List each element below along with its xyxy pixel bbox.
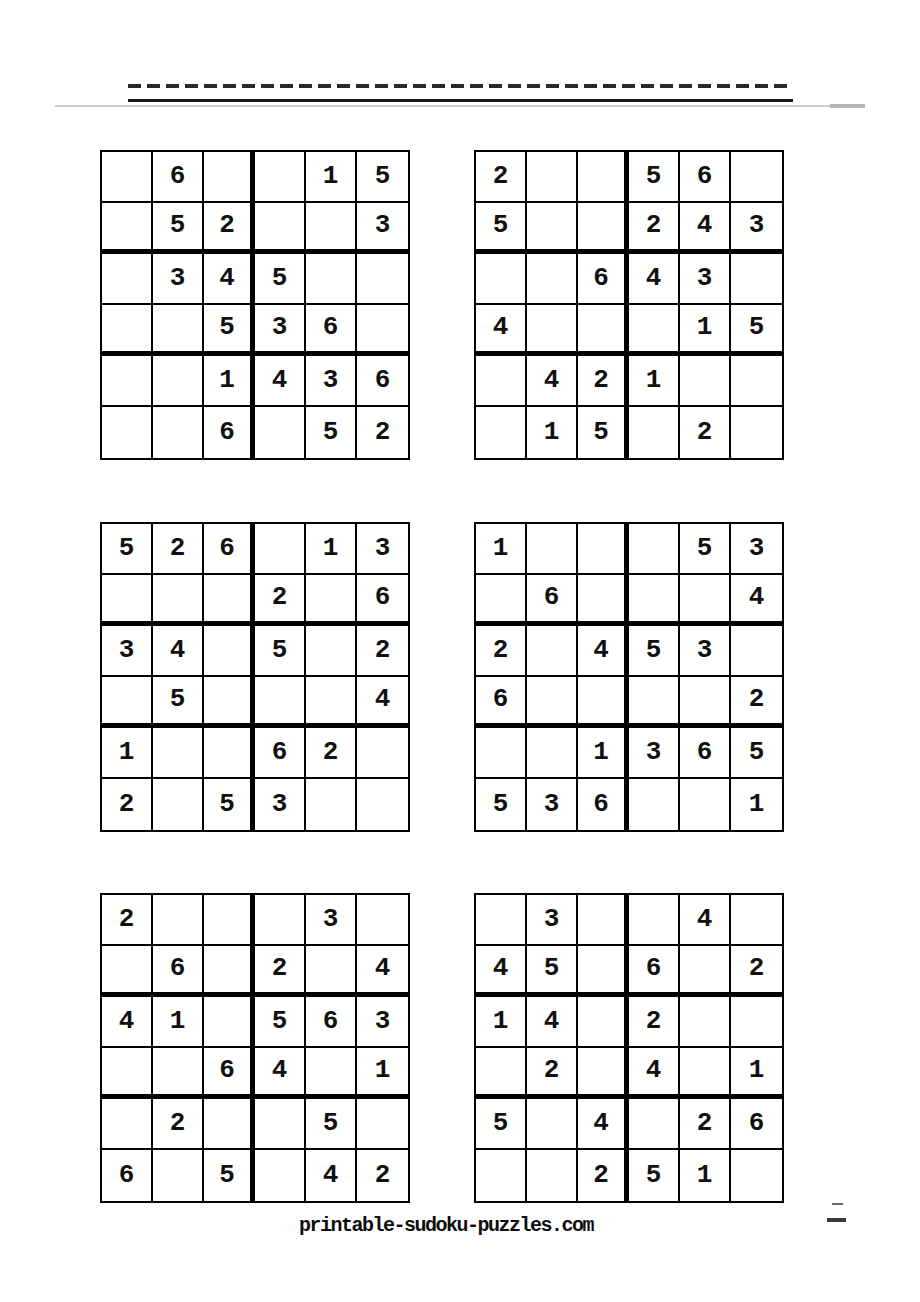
given-digit: 4 bbox=[697, 212, 713, 238]
sudoku-cell: 6 bbox=[204, 1048, 255, 1099]
sudoku-cell bbox=[204, 728, 255, 779]
given-digit: 6 bbox=[323, 1008, 339, 1034]
given-digit: 4 bbox=[272, 1057, 288, 1083]
given-digit: 6 bbox=[375, 584, 391, 610]
sudoku-cell bbox=[578, 575, 629, 626]
sudoku-cell: 1 bbox=[731, 779, 782, 830]
sudoku-cell bbox=[629, 1099, 680, 1150]
given-digit: 2 bbox=[375, 1162, 391, 1188]
sudoku-cell bbox=[578, 152, 629, 203]
sudoku-cell: 5 bbox=[255, 626, 306, 677]
sudoku-grid-4: 1536424536213655361 bbox=[474, 522, 784, 832]
sudoku-cell: 1 bbox=[527, 407, 578, 458]
given-digit: 6 bbox=[493, 686, 509, 712]
sudoku-cell bbox=[204, 677, 255, 728]
sudoku-cell bbox=[153, 305, 204, 356]
given-digit: 4 bbox=[170, 637, 186, 663]
sudoku-cell bbox=[527, 203, 578, 254]
sudoku-cell bbox=[527, 524, 578, 575]
sudoku-cell: 3 bbox=[306, 895, 357, 946]
sudoku-cell: 6 bbox=[306, 305, 357, 356]
given-digit: 5 bbox=[375, 163, 391, 189]
sudoku-cell bbox=[476, 254, 527, 305]
given-digit: 3 bbox=[170, 265, 186, 291]
given-digit: 5 bbox=[646, 163, 662, 189]
sudoku-cell bbox=[153, 779, 204, 830]
given-digit: 6 bbox=[544, 584, 560, 610]
sudoku-cell: 5 bbox=[527, 946, 578, 997]
sudoku-cell bbox=[578, 997, 629, 1048]
sudoku-cell: 5 bbox=[255, 997, 306, 1048]
sudoku-cell: 4 bbox=[255, 1048, 306, 1099]
sudoku-cell bbox=[731, 356, 782, 407]
sudoku-cell: 4 bbox=[204, 254, 255, 305]
given-digit: 6 bbox=[170, 955, 186, 981]
sudoku-cell bbox=[680, 997, 731, 1048]
sudoku-cell: 1 bbox=[476, 524, 527, 575]
sudoku-cell: 4 bbox=[731, 575, 782, 626]
sudoku-cell: 5 bbox=[153, 203, 204, 254]
given-digit: 2 bbox=[544, 1057, 560, 1083]
sudoku-cell bbox=[204, 946, 255, 997]
given-digit: 3 bbox=[749, 212, 765, 238]
sudoku-cell: 3 bbox=[306, 356, 357, 407]
sudoku-cell: 3 bbox=[527, 779, 578, 830]
given-digit: 1 bbox=[593, 739, 609, 765]
sudoku-cell: 1 bbox=[153, 997, 204, 1048]
given-digit: 1 bbox=[119, 739, 135, 765]
sudoku-cell bbox=[527, 677, 578, 728]
given-digit: 3 bbox=[272, 314, 288, 340]
given-digit: 2 bbox=[593, 367, 609, 393]
sudoku-cell bbox=[476, 1048, 527, 1099]
sudoku-cell bbox=[153, 356, 204, 407]
sudoku-cell bbox=[527, 1099, 578, 1150]
sudoku-cell: 4 bbox=[476, 946, 527, 997]
sudoku-cell bbox=[153, 407, 204, 458]
page-corner-mark-top bbox=[832, 1203, 843, 1205]
sudoku-cell bbox=[578, 946, 629, 997]
page-edge-gray-line bbox=[55, 105, 865, 107]
sudoku-cell: 5 bbox=[204, 305, 255, 356]
sudoku-cell: 4 bbox=[629, 254, 680, 305]
sudoku-cell bbox=[629, 779, 680, 830]
sudoku-cell: 4 bbox=[527, 997, 578, 1048]
sudoku-cell bbox=[306, 575, 357, 626]
given-digit: 5 bbox=[119, 535, 135, 561]
sudoku-cell bbox=[629, 895, 680, 946]
sudoku-cell: 5 bbox=[306, 407, 357, 458]
sudoku-cell: 2 bbox=[680, 407, 731, 458]
given-digit: 6 bbox=[219, 535, 235, 561]
given-digit: 3 bbox=[646, 739, 662, 765]
sudoku-cell bbox=[680, 1048, 731, 1099]
sudoku-cell bbox=[204, 895, 255, 946]
given-digit: 2 bbox=[170, 1110, 186, 1136]
sudoku-cell: 5 bbox=[306, 1099, 357, 1150]
given-digit: 6 bbox=[749, 1110, 765, 1136]
sudoku-cell: 4 bbox=[306, 1150, 357, 1201]
sudoku-cell bbox=[357, 1099, 408, 1150]
given-digit: 6 bbox=[272, 739, 288, 765]
sudoku-cell bbox=[527, 728, 578, 779]
given-digit: 1 bbox=[697, 1162, 713, 1188]
sudoku-cell: 6 bbox=[680, 728, 731, 779]
given-digit: 1 bbox=[323, 163, 339, 189]
sudoku-cell bbox=[153, 1048, 204, 1099]
sudoku-cell: 3 bbox=[102, 626, 153, 677]
sudoku-cell: 2 bbox=[731, 946, 782, 997]
sudoku-cell bbox=[204, 1099, 255, 1150]
sudoku-cell bbox=[102, 946, 153, 997]
sudoku-cell: 5 bbox=[629, 1150, 680, 1201]
footer-site-text: printable-sudoku-puzzles.com bbox=[299, 1214, 593, 1237]
sudoku-cell bbox=[306, 626, 357, 677]
given-digit: 4 bbox=[272, 367, 288, 393]
sudoku-cell: 3 bbox=[680, 626, 731, 677]
sudoku-cell: 1 bbox=[578, 728, 629, 779]
sudoku-cell bbox=[578, 524, 629, 575]
given-digit: 4 bbox=[646, 1057, 662, 1083]
sudoku-cell bbox=[255, 1099, 306, 1150]
given-digit: 2 bbox=[646, 212, 662, 238]
header-solid-rule bbox=[128, 99, 793, 102]
sudoku-cell: 4 bbox=[680, 895, 731, 946]
sudoku-cell: 3 bbox=[357, 203, 408, 254]
sudoku-cell: 1 bbox=[680, 1150, 731, 1201]
sudoku-cell bbox=[476, 728, 527, 779]
sudoku-cell: 6 bbox=[102, 1150, 153, 1201]
sudoku-cell: 3 bbox=[680, 254, 731, 305]
given-digit: 5 bbox=[646, 1162, 662, 1188]
given-digit: 6 bbox=[593, 265, 609, 291]
given-digit: 1 bbox=[749, 791, 765, 817]
given-digit: 3 bbox=[375, 212, 391, 238]
sudoku-cell: 2 bbox=[153, 524, 204, 575]
sudoku-cell: 2 bbox=[102, 779, 153, 830]
given-digit: 4 bbox=[323, 1162, 339, 1188]
sudoku-cell: 2 bbox=[357, 407, 408, 458]
given-digit: 1 bbox=[544, 419, 560, 445]
sudoku-cell: 5 bbox=[102, 524, 153, 575]
given-digit: 2 bbox=[493, 163, 509, 189]
sudoku-cell: 6 bbox=[306, 997, 357, 1048]
sudoku-cell: 5 bbox=[731, 305, 782, 356]
sudoku-cell: 1 bbox=[629, 356, 680, 407]
sudoku-cell: 4 bbox=[255, 356, 306, 407]
sudoku-cell bbox=[357, 305, 408, 356]
sudoku-cell: 2 bbox=[255, 575, 306, 626]
sudoku-cell: 6 bbox=[204, 407, 255, 458]
given-digit: 2 bbox=[375, 419, 391, 445]
given-digit: 3 bbox=[323, 906, 339, 932]
sudoku-cell: 2 bbox=[629, 997, 680, 1048]
given-digit: 3 bbox=[119, 637, 135, 663]
sudoku-cell bbox=[306, 946, 357, 997]
sudoku-cell bbox=[204, 626, 255, 677]
sudoku-cell: 2 bbox=[153, 1099, 204, 1150]
sudoku-cell bbox=[102, 305, 153, 356]
sudoku-cell bbox=[629, 407, 680, 458]
sudoku-cell bbox=[255, 895, 306, 946]
sudoku-cell: 2 bbox=[680, 1099, 731, 1150]
sudoku-cell bbox=[306, 677, 357, 728]
sudoku-cell bbox=[153, 895, 204, 946]
sudoku-cell bbox=[731, 1150, 782, 1201]
sudoku-cell: 4 bbox=[153, 626, 204, 677]
sudoku-cell: 2 bbox=[476, 152, 527, 203]
sudoku-cell: 2 bbox=[357, 626, 408, 677]
given-digit: 2 bbox=[493, 637, 509, 663]
given-digit: 4 bbox=[375, 955, 391, 981]
sudoku-cell bbox=[731, 152, 782, 203]
given-digit: 3 bbox=[697, 637, 713, 663]
given-digit: 2 bbox=[697, 419, 713, 445]
sudoku-cell bbox=[476, 356, 527, 407]
sudoku-cell bbox=[629, 677, 680, 728]
sudoku-cell bbox=[731, 895, 782, 946]
sudoku-cell bbox=[680, 575, 731, 626]
sudoku-cell bbox=[731, 626, 782, 677]
given-digit: 5 bbox=[544, 955, 560, 981]
given-digit: 6 bbox=[697, 163, 713, 189]
given-digit: 5 bbox=[493, 1110, 509, 1136]
sudoku-cell: 1 bbox=[102, 728, 153, 779]
given-digit: 1 bbox=[493, 1008, 509, 1034]
given-digit: 1 bbox=[749, 1057, 765, 1083]
sudoku-cell: 2 bbox=[476, 626, 527, 677]
given-digit: 1 bbox=[219, 367, 235, 393]
given-digit: 6 bbox=[646, 955, 662, 981]
given-digit: 4 bbox=[697, 906, 713, 932]
sudoku-cell bbox=[306, 203, 357, 254]
sudoku-cell: 4 bbox=[527, 356, 578, 407]
sudoku-cell: 5 bbox=[476, 203, 527, 254]
given-digit: 1 bbox=[170, 1008, 186, 1034]
given-digit: 5 bbox=[749, 314, 765, 340]
sudoku-cell: 6 bbox=[578, 779, 629, 830]
sudoku-cell: 2 bbox=[102, 895, 153, 946]
page-corner-mark-bottom bbox=[827, 1218, 846, 1222]
sudoku-cell bbox=[255, 152, 306, 203]
given-digit: 1 bbox=[375, 1057, 391, 1083]
sudoku-cell: 2 bbox=[527, 1048, 578, 1099]
given-digit: 5 bbox=[272, 1008, 288, 1034]
sudoku-cell: 1 bbox=[680, 305, 731, 356]
sudoku-cell: 6 bbox=[255, 728, 306, 779]
sudoku-cell: 5 bbox=[255, 254, 306, 305]
sudoku-cell: 1 bbox=[357, 1048, 408, 1099]
sudoku-cell bbox=[102, 407, 153, 458]
given-digit: 5 bbox=[593, 419, 609, 445]
sudoku-cell bbox=[306, 779, 357, 830]
sudoku-cell bbox=[153, 1150, 204, 1201]
sudoku-grid-5: 2362441563641256542 bbox=[100, 893, 410, 1203]
sudoku-cell: 6 bbox=[680, 152, 731, 203]
sudoku-cell bbox=[357, 254, 408, 305]
sudoku-cell bbox=[476, 1150, 527, 1201]
given-digit: 5 bbox=[697, 535, 713, 561]
sudoku-cell: 2 bbox=[306, 728, 357, 779]
sudoku-cell: 6 bbox=[357, 575, 408, 626]
given-digit: 2 bbox=[119, 906, 135, 932]
given-digit: 2 bbox=[219, 212, 235, 238]
sudoku-cell: 6 bbox=[527, 575, 578, 626]
given-digit: 3 bbox=[375, 535, 391, 561]
given-digit: 6 bbox=[323, 314, 339, 340]
given-digit: 4 bbox=[219, 265, 235, 291]
given-digit: 5 bbox=[219, 314, 235, 340]
sudoku-cell: 4 bbox=[578, 626, 629, 677]
sudoku-cell bbox=[255, 203, 306, 254]
sudoku-cell: 3 bbox=[357, 997, 408, 1048]
sudoku-cell: 2 bbox=[578, 1150, 629, 1201]
sudoku-cell: 5 bbox=[629, 626, 680, 677]
given-digit: 3 bbox=[323, 367, 339, 393]
sudoku-cell: 6 bbox=[153, 946, 204, 997]
sudoku-cell: 3 bbox=[731, 524, 782, 575]
sudoku-cell bbox=[204, 152, 255, 203]
sudoku-cell bbox=[306, 254, 357, 305]
sudoku-cell bbox=[204, 575, 255, 626]
sudoku-cell: 5 bbox=[476, 1099, 527, 1150]
sudoku-cell: 4 bbox=[357, 946, 408, 997]
sudoku-grid-6: 3445621422415426251 bbox=[474, 893, 784, 1203]
given-digit: 5 bbox=[272, 637, 288, 663]
sudoku-cell bbox=[255, 524, 306, 575]
given-digit: 5 bbox=[323, 419, 339, 445]
given-digit: 6 bbox=[593, 791, 609, 817]
sudoku-cell bbox=[629, 305, 680, 356]
sudoku-cell: 4 bbox=[357, 677, 408, 728]
sudoku-grid-3: 5261326345254162253 bbox=[100, 522, 410, 832]
sudoku-cell bbox=[527, 152, 578, 203]
sudoku-cell bbox=[629, 575, 680, 626]
sudoku-cell bbox=[102, 1048, 153, 1099]
sudoku-cell bbox=[578, 1048, 629, 1099]
given-digit: 4 bbox=[646, 265, 662, 291]
sudoku-cell bbox=[102, 203, 153, 254]
given-digit: 6 bbox=[697, 739, 713, 765]
sudoku-cell bbox=[680, 356, 731, 407]
sudoku-cell: 6 bbox=[153, 152, 204, 203]
sudoku-cell bbox=[102, 356, 153, 407]
sudoku-cell bbox=[731, 254, 782, 305]
sudoku-cell bbox=[102, 254, 153, 305]
given-digit: 3 bbox=[749, 535, 765, 561]
given-digit: 4 bbox=[493, 955, 509, 981]
given-digit: 4 bbox=[593, 637, 609, 663]
sudoku-cell: 4 bbox=[629, 1048, 680, 1099]
sudoku-cell: 1 bbox=[306, 524, 357, 575]
sudoku-cell bbox=[153, 728, 204, 779]
given-digit: 6 bbox=[119, 1162, 135, 1188]
given-digit: 3 bbox=[272, 791, 288, 817]
given-digit: 5 bbox=[219, 1162, 235, 1188]
sudoku-cell bbox=[204, 997, 255, 1048]
given-digit: 4 bbox=[493, 314, 509, 340]
given-digit: 2 bbox=[749, 686, 765, 712]
sudoku-cell bbox=[102, 1099, 153, 1150]
sudoku-cell bbox=[527, 1150, 578, 1201]
sudoku-cell: 6 bbox=[578, 254, 629, 305]
sudoku-cell: 5 bbox=[578, 407, 629, 458]
given-digit: 4 bbox=[749, 584, 765, 610]
given-digit: 5 bbox=[219, 791, 235, 817]
given-digit: 2 bbox=[375, 637, 391, 663]
sudoku-cell: 6 bbox=[476, 677, 527, 728]
sudoku-cell: 5 bbox=[357, 152, 408, 203]
sudoku-cell: 2 bbox=[731, 677, 782, 728]
sudoku-cell bbox=[476, 407, 527, 458]
given-digit: 1 bbox=[697, 314, 713, 340]
sudoku-cell: 6 bbox=[731, 1099, 782, 1150]
sudoku-cell: 5 bbox=[204, 779, 255, 830]
sudoku-cell bbox=[731, 407, 782, 458]
sudoku-cell: 2 bbox=[578, 356, 629, 407]
given-digit: 4 bbox=[119, 1008, 135, 1034]
given-digit: 5 bbox=[170, 686, 186, 712]
sudoku-cell bbox=[680, 677, 731, 728]
given-digit: 2 bbox=[323, 739, 339, 765]
sudoku-cell: 4 bbox=[680, 203, 731, 254]
given-digit: 2 bbox=[272, 584, 288, 610]
sudoku-cell: 2 bbox=[255, 946, 306, 997]
sudoku-cell bbox=[153, 575, 204, 626]
given-digit: 6 bbox=[219, 1057, 235, 1083]
given-digit: 2 bbox=[272, 955, 288, 981]
sudoku-cell: 3 bbox=[731, 203, 782, 254]
sudoku-cell: 1 bbox=[731, 1048, 782, 1099]
sudoku-cell: 5 bbox=[204, 1150, 255, 1201]
sudoku-cell bbox=[527, 305, 578, 356]
given-digit: 5 bbox=[493, 791, 509, 817]
sudoku-cell: 3 bbox=[629, 728, 680, 779]
sudoku-cell bbox=[680, 779, 731, 830]
given-digit: 5 bbox=[493, 212, 509, 238]
given-digit: 2 bbox=[119, 791, 135, 817]
given-digit: 5 bbox=[323, 1110, 339, 1136]
sudoku-cell: 4 bbox=[476, 305, 527, 356]
sudoku-cell bbox=[578, 305, 629, 356]
sudoku-cell bbox=[357, 779, 408, 830]
given-digit: 3 bbox=[544, 791, 560, 817]
sudoku-cell: 3 bbox=[255, 305, 306, 356]
sudoku-grid-2: 2565243643415421152 bbox=[474, 150, 784, 460]
sudoku-cell: 3 bbox=[527, 895, 578, 946]
sudoku-cell bbox=[476, 575, 527, 626]
given-digit: 5 bbox=[272, 265, 288, 291]
sudoku-cell bbox=[102, 152, 153, 203]
sudoku-cell: 6 bbox=[629, 946, 680, 997]
given-digit: 2 bbox=[593, 1162, 609, 1188]
sudoku-cell bbox=[578, 203, 629, 254]
given-digit: 2 bbox=[749, 955, 765, 981]
sudoku-cell bbox=[476, 895, 527, 946]
given-digit: 3 bbox=[375, 1008, 391, 1034]
sudoku-cell: 6 bbox=[357, 356, 408, 407]
sudoku-cell: 5 bbox=[629, 152, 680, 203]
sudoku-cell: 1 bbox=[204, 356, 255, 407]
sudoku-cell: 2 bbox=[357, 1150, 408, 1201]
sudoku-cell: 5 bbox=[476, 779, 527, 830]
name-write-in-dashed-line bbox=[128, 84, 790, 88]
sudoku-cell: 5 bbox=[731, 728, 782, 779]
sudoku-cell: 6 bbox=[204, 524, 255, 575]
given-digit: 6 bbox=[375, 367, 391, 393]
given-digit: 1 bbox=[323, 535, 339, 561]
given-digit: 4 bbox=[593, 1110, 609, 1136]
